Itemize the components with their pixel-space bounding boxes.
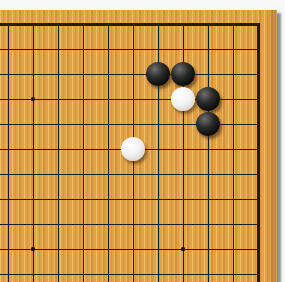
intersection-J10[interactable] <box>0 237 21 262</box>
intersection-T19[interactable] <box>246 12 271 37</box>
black-stone-R16 <box>196 87 220 111</box>
intersection-T11[interactable] <box>246 212 271 237</box>
intersection-L10[interactable] <box>46 237 71 262</box>
intersection-N9[interactable] <box>96 262 121 282</box>
intersection-R19[interactable] <box>196 12 221 37</box>
white-stone-Q16 <box>171 87 195 111</box>
intersection-K12[interactable] <box>21 187 46 212</box>
intersection-O12[interactable] <box>121 187 146 212</box>
intersection-N10[interactable] <box>96 237 121 262</box>
intersection-R9[interactable] <box>196 262 221 282</box>
intersection-J13[interactable] <box>0 162 21 187</box>
intersection-P10[interactable] <box>146 237 171 262</box>
intersection-N16[interactable] <box>96 87 121 112</box>
intersection-O14[interactable] <box>121 137 146 162</box>
intersection-R16[interactable] <box>196 87 221 112</box>
intersection-T16[interactable] <box>246 87 271 112</box>
intersection-O15[interactable] <box>121 112 146 137</box>
intersection-J17[interactable] <box>0 62 21 87</box>
intersection-K18[interactable] <box>21 37 46 62</box>
intersection-M12[interactable] <box>71 187 96 212</box>
intersection-T12[interactable] <box>246 187 271 212</box>
intersection-M19[interactable] <box>71 12 96 37</box>
intersection-J14[interactable] <box>0 137 21 162</box>
intersection-R17[interactable] <box>196 62 221 87</box>
intersection-K16[interactable] <box>21 87 46 112</box>
intersection-M18[interactable] <box>71 37 96 62</box>
intersection-L16[interactable] <box>46 87 71 112</box>
intersection-P16[interactable] <box>146 87 171 112</box>
intersection-P14[interactable] <box>146 137 171 162</box>
intersection-S15[interactable] <box>221 112 246 137</box>
intersection-Q19[interactable] <box>171 12 196 37</box>
intersection-Q13[interactable] <box>171 162 196 187</box>
intersection-P17[interactable] <box>146 62 171 87</box>
intersection-P19[interactable] <box>146 12 171 37</box>
intersection-T18[interactable] <box>246 37 271 62</box>
intersection-Q14[interactable] <box>171 137 196 162</box>
goban-board-wood <box>0 10 277 282</box>
intersection-O16[interactable] <box>121 87 146 112</box>
intersection-J16[interactable] <box>0 87 21 112</box>
intersection-S19[interactable] <box>221 12 246 37</box>
intersection-P9[interactable] <box>146 262 171 282</box>
intersection-S11[interactable] <box>221 212 246 237</box>
intersection-P12[interactable] <box>146 187 171 212</box>
intersection-N14[interactable] <box>96 137 121 162</box>
intersection-L11[interactable] <box>46 212 71 237</box>
intersection-R12[interactable] <box>196 187 221 212</box>
intersection-N18[interactable] <box>96 37 121 62</box>
intersection-K11[interactable] <box>21 212 46 237</box>
intersection-N15[interactable] <box>96 112 121 137</box>
intersection-O19[interactable] <box>121 12 146 37</box>
intersection-S14[interactable] <box>221 137 246 162</box>
black-stone-P17 <box>146 62 170 86</box>
black-stone-R15 <box>196 112 220 136</box>
intersection-S9[interactable] <box>221 262 246 282</box>
intersection-L19[interactable] <box>46 12 71 37</box>
intersection-S16[interactable] <box>221 87 246 112</box>
intersection-S17[interactable] <box>221 62 246 87</box>
intersection-O10[interactable] <box>121 237 146 262</box>
intersection-M14[interactable] <box>71 137 96 162</box>
intersection-Q17[interactable] <box>171 62 196 87</box>
intersection-R11[interactable] <box>196 212 221 237</box>
intersection-P18[interactable] <box>146 37 171 62</box>
intersection-J15[interactable] <box>0 112 21 137</box>
intersection-M16[interactable] <box>71 87 96 112</box>
intersection-Q16[interactable] <box>171 87 196 112</box>
intersection-R18[interactable] <box>196 37 221 62</box>
intersection-T14[interactable] <box>246 137 271 162</box>
intersection-P11[interactable] <box>146 212 171 237</box>
intersection-K10[interactable] <box>21 237 46 262</box>
intersection-T9[interactable] <box>246 262 271 282</box>
intersection-O18[interactable] <box>121 37 146 62</box>
intersection-Q11[interactable] <box>171 212 196 237</box>
intersection-Q10[interactable] <box>171 237 196 262</box>
goban-grid <box>0 12 271 282</box>
intersection-S10[interactable] <box>221 237 246 262</box>
intersection-R14[interactable] <box>196 137 221 162</box>
intersection-L18[interactable] <box>46 37 71 62</box>
intersection-Q15[interactable] <box>171 112 196 137</box>
intersection-J9[interactable] <box>0 262 21 282</box>
intersection-L13[interactable] <box>46 162 71 187</box>
star-point-K10 <box>31 247 35 251</box>
intersection-L12[interactable] <box>46 187 71 212</box>
intersection-Q9[interactable] <box>171 262 196 282</box>
intersection-N12[interactable] <box>96 187 121 212</box>
intersection-P13[interactable] <box>146 162 171 187</box>
intersection-M13[interactable] <box>71 162 96 187</box>
intersection-P15[interactable] <box>146 112 171 137</box>
white-stone-O14 <box>121 137 145 161</box>
intersection-Q12[interactable] <box>171 187 196 212</box>
intersection-L9[interactable] <box>46 262 71 282</box>
intersection-S12[interactable] <box>221 187 246 212</box>
intersection-M17[interactable] <box>71 62 96 87</box>
intersection-T15[interactable] <box>246 112 271 137</box>
intersection-N11[interactable] <box>96 212 121 237</box>
intersection-N13[interactable] <box>96 162 121 187</box>
intersection-T10[interactable] <box>246 237 271 262</box>
intersection-Q18[interactable] <box>171 37 196 62</box>
star-point-K16 <box>31 97 35 101</box>
intersection-L15[interactable] <box>46 112 71 137</box>
intersection-K14[interactable] <box>21 137 46 162</box>
intersection-J19[interactable] <box>0 12 21 37</box>
intersection-K9[interactable] <box>21 262 46 282</box>
intersection-J18[interactable] <box>0 37 21 62</box>
intersection-N17[interactable] <box>96 62 121 87</box>
intersection-M10[interactable] <box>71 237 96 262</box>
intersection-R10[interactable] <box>196 237 221 262</box>
intersection-M15[interactable] <box>71 112 96 137</box>
intersection-S13[interactable] <box>221 162 246 187</box>
go-app-screen <box>0 0 285 282</box>
intersection-J11[interactable] <box>0 212 21 237</box>
intersection-R15[interactable] <box>196 112 221 137</box>
intersection-K15[interactable] <box>21 112 46 137</box>
intersection-K13[interactable] <box>21 162 46 187</box>
star-point-Q10 <box>181 247 185 251</box>
intersection-K19[interactable] <box>21 12 46 37</box>
intersection-O13[interactable] <box>121 162 146 187</box>
intersection-L14[interactable] <box>46 137 71 162</box>
black-stone-Q17 <box>171 62 195 86</box>
intersection-O9[interactable] <box>121 262 146 282</box>
intersection-M11[interactable] <box>71 212 96 237</box>
intersection-T13[interactable] <box>246 162 271 187</box>
intersection-T17[interactable] <box>246 62 271 87</box>
intersection-R13[interactable] <box>196 162 221 187</box>
intersection-O17[interactable] <box>121 62 146 87</box>
intersection-J12[interactable] <box>0 187 21 212</box>
intersection-O11[interactable] <box>121 212 146 237</box>
intersection-M9[interactable] <box>71 262 96 282</box>
intersection-S18[interactable] <box>221 37 246 62</box>
intersection-L17[interactable] <box>46 62 71 87</box>
intersection-K17[interactable] <box>21 62 46 87</box>
intersection-N19[interactable] <box>96 12 121 37</box>
